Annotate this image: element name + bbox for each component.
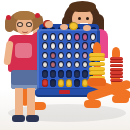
hole-4-2 [58,70,64,78]
hole-5-0 [42,79,48,87]
hole-4-5 [82,70,88,78]
hole-3-4 [74,61,80,69]
hole-4-4 [74,70,80,78]
hole-0-2 [58,33,64,41]
hole-3-0 [42,61,48,69]
stack-disc-red [110,79,123,82]
hole-0-0 [42,33,48,41]
left-girl-bow-left [6,15,11,20]
front-post-yellow-stack [89,52,105,80]
hole-1-2 [58,42,64,50]
hole-1-1 [50,42,56,50]
right-girl-bangs [69,1,96,12]
hole-2-3 [66,52,72,60]
hole-3-2 [58,61,64,69]
far-right-post-red-stack [110,56,123,82]
left-girl-sandal-left [12,115,25,122]
hole-5-1 [50,79,56,87]
hole-4-0 [42,70,48,78]
hole-2-1 [50,52,56,60]
stack-disc-yellow [89,62,105,66]
left-girl-glasses-right [26,22,32,27]
hole-2-5 [82,52,88,60]
hole-2-2 [58,52,64,60]
hole-1-4 [74,42,80,50]
stack-disc-red [110,60,123,63]
hole-5-2 [58,79,64,87]
hole-3-3 [66,61,72,69]
right-foot-front [84,100,101,108]
left-girl-bangs [14,11,35,20]
right-girl-hand-left [60,24,68,30]
left-girl-leg-right [27,88,35,117]
disc-yellow [66,79,72,87]
hole-4-1 [50,70,56,78]
left-girl-smile [22,29,28,33]
left-girl-sandal-right [26,115,39,122]
stack-disc-yellow [89,71,105,75]
hole-0-5 [82,33,88,41]
photo-giant-connect-four [0,0,130,130]
left-girl-shorts [11,70,40,89]
hole-0-4 [74,33,80,41]
front-post-flare [88,78,106,86]
hole-0-1 [50,33,56,41]
right-girl-eye-left [78,17,81,20]
left-girl-bow-right [35,13,40,18]
hole-5-3 [66,79,72,87]
hole-2-4 [74,52,80,60]
board-logo [59,90,70,94]
hole-1-5 [82,42,88,50]
hole-1-0 [42,42,48,50]
left-girl-glasses-left [17,22,23,27]
left-girl-hand [45,21,53,28]
stack-disc-yellow [89,53,105,57]
disc-yellow [58,79,64,87]
hole-1-3 [66,42,72,50]
hole-0-6 [90,33,96,41]
stack-disc-yellow [89,57,105,61]
right-girl-hand-right [83,25,91,31]
hole-0-3 [66,33,72,41]
hole-5-4 [74,79,80,87]
hole-2-0 [42,52,48,60]
disc-red [42,79,48,87]
left-girl-leg-left [15,88,23,117]
stack-disc-red [110,64,123,67]
stack-disc-yellow [89,67,105,71]
right-girl-eye-right [86,17,89,20]
stack-disc-red [110,75,123,78]
hole-3-1 [50,61,56,69]
held-disc-yellow [69,22,78,30]
left-girl-shirt-print [15,43,32,58]
hole-4-3 [66,70,72,78]
hole-3-5 [82,61,88,69]
right-foot-rear [112,95,129,103]
